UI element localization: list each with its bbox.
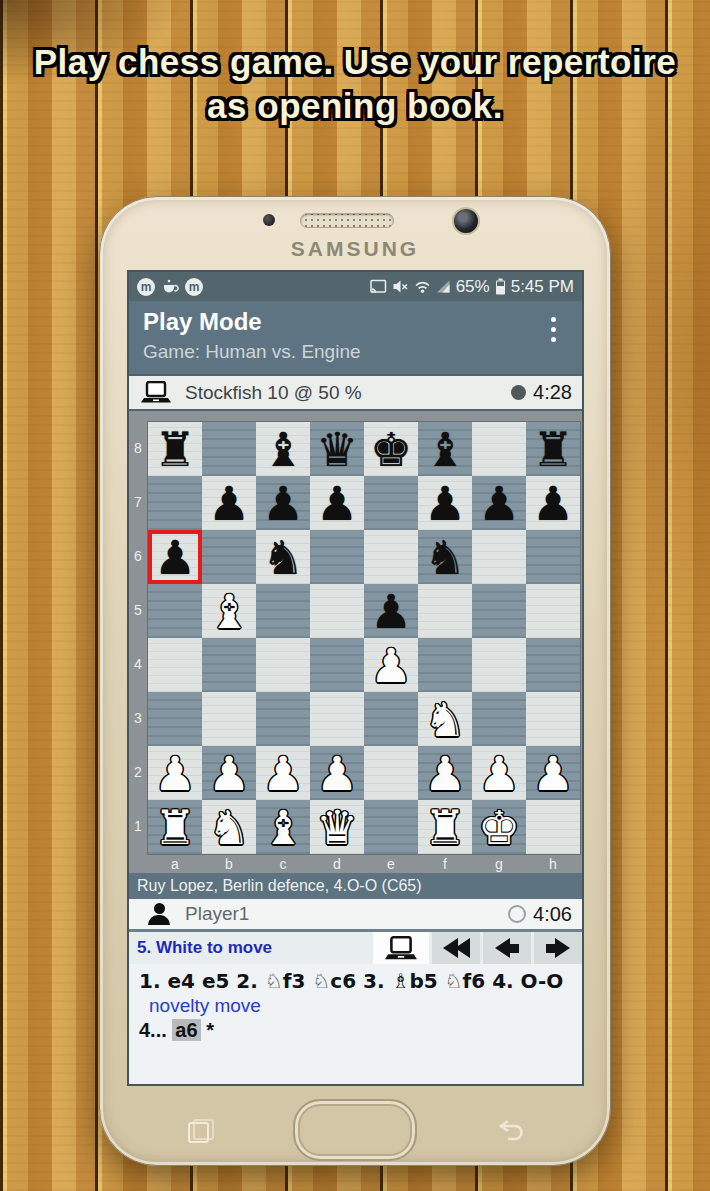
rank-label: 8 — [129, 421, 147, 475]
engine-name: Stockfish 10 @ 50 % — [185, 382, 362, 404]
white-knight-icon: ♞ — [424, 696, 466, 743]
cast-icon — [370, 279, 387, 294]
file-label: h — [526, 855, 580, 874]
black-king-icon: ♚ — [370, 426, 412, 473]
black-pawn-icon: ♟ — [262, 480, 304, 527]
result-marker: * — [201, 1019, 214, 1041]
player-turn-indicator — [508, 905, 526, 923]
move-status-text: 5. White to move — [129, 932, 370, 964]
square-f5[interactable] — [418, 584, 472, 638]
white-pawn-icon: ♟ — [370, 642, 412, 689]
square-a3[interactable] — [148, 692, 202, 746]
engine-turn-indicator — [511, 385, 526, 400]
engine-clock: 4:28 — [533, 381, 572, 404]
square-h5[interactable] — [526, 584, 580, 638]
black-rook-icon: ♜ — [154, 426, 196, 473]
page-title: Play chess game. Use your repertoire as … — [0, 40, 710, 128]
rank-label: 4 — [129, 637, 147, 691]
file-labels: abcdefgh — [148, 855, 582, 874]
square-f6[interactable]: ♞ — [418, 530, 472, 584]
laptop-icon — [141, 381, 171, 404]
rank-label: 2 — [129, 745, 147, 799]
square-c8[interactable]: ♝ — [256, 422, 310, 476]
app-title: Play Mode — [143, 308, 262, 336]
overflow-menu-button[interactable] — [551, 317, 556, 342]
engine-laptop-button[interactable] — [373, 932, 429, 964]
app-header: Play Mode Game: Human vs. Engine — [129, 301, 582, 374]
white-bishop-icon: ♝ — [262, 804, 304, 851]
square-h8[interactable]: ♜ — [526, 422, 580, 476]
square-a5[interactable] — [148, 584, 202, 638]
white-queen-icon: ♛ — [316, 804, 358, 851]
square-c5[interactable] — [256, 584, 310, 638]
square-h6[interactable] — [526, 530, 580, 584]
black-pawn-icon: ♟ — [532, 480, 574, 527]
file-label: c — [256, 855, 310, 874]
square-b8[interactable] — [202, 422, 256, 476]
square-f8[interactable]: ♝ — [418, 422, 472, 476]
wifi-icon — [414, 280, 431, 294]
back-move-button[interactable] — [483, 932, 531, 964]
front-camera — [452, 207, 480, 235]
rewind-button[interactable] — [432, 932, 480, 964]
square-c6[interactable]: ♞ — [256, 530, 310, 584]
square-d7[interactable]: ♟ — [310, 476, 364, 530]
square-e4[interactable]: ♟ — [364, 638, 418, 692]
person-icon — [147, 902, 171, 926]
square-d5[interactable] — [310, 584, 364, 638]
headline-line2: as opening book. — [0, 84, 710, 128]
battery-icon — [495, 278, 506, 295]
white-king-icon: ♚ — [478, 804, 520, 851]
earpiece-speaker — [300, 213, 394, 228]
square-a4[interactable] — [148, 638, 202, 692]
player-clock: 4:06 — [533, 903, 572, 926]
move-nav-bar: 5. White to move — [129, 929, 582, 964]
rank-label: 7 — [129, 475, 147, 529]
square-a7[interactable] — [148, 476, 202, 530]
square-f3[interactable]: ♞ — [418, 692, 472, 746]
signal-icon — [436, 279, 451, 294]
player-name: Player1 — [185, 903, 249, 925]
opening-name-bar: Ruy Lopez, Berlin defence, 4.O-O (C65) — [129, 873, 582, 899]
rank-label: 5 — [129, 583, 147, 637]
notification-icons: m m — [129, 278, 203, 296]
move-list-line3: 4... a6 * — [139, 1019, 572, 1042]
square-b4[interactable] — [202, 638, 256, 692]
recents-button[interactable] — [188, 1119, 214, 1143]
move-list-line1[interactable]: 1. e4 e5 2. ♘f3 ♘c6 3. ♗b5 ♘f6 4. O-O — [139, 969, 572, 993]
m-badge-icon: m — [137, 278, 155, 296]
black-bishop-icon: ♝ — [262, 426, 304, 473]
square-g5[interactable] — [472, 584, 526, 638]
black-pawn-icon: ♟ — [316, 480, 358, 527]
chess-board: ♜♝♛♚♝♜♟♟♟♟♟♟♟♞♞♝♟♟♞♟♟♟♟♟♟♟♜♞♝♛♜♚ — [147, 421, 581, 855]
square-d4[interactable] — [310, 638, 364, 692]
square-a1[interactable]: ♜ — [148, 800, 202, 854]
white-pawn-icon: ♟ — [316, 750, 358, 797]
laptop-icon — [385, 936, 417, 961]
file-label: g — [472, 855, 526, 874]
engine-bar: Stockfish 10 @ 50 % 4:28 — [129, 374, 582, 411]
black-queen-icon: ♛ — [316, 426, 358, 473]
square-d1[interactable]: ♛ — [310, 800, 364, 854]
square-e8[interactable]: ♚ — [364, 422, 418, 476]
m-badge-icon: m — [185, 278, 203, 296]
square-g7[interactable]: ♟ — [472, 476, 526, 530]
square-e1[interactable] — [364, 800, 418, 854]
black-pawn-icon: ♟ — [154, 534, 196, 581]
square-g8[interactable] — [472, 422, 526, 476]
rank-label: 6 — [129, 529, 147, 583]
square-h4[interactable] — [526, 638, 580, 692]
square-e2[interactable] — [364, 746, 418, 800]
back-button[interactable] — [494, 1119, 526, 1145]
file-label: d — [310, 855, 364, 874]
board-frame: 87654321 ♜♝♛♚♝♜♟♟♟♟♟♟♟♞♞♝♟♟♞♟♟♟♟♟♟♟♜♞♝♛♜… — [129, 411, 582, 873]
file-label: e — [364, 855, 418, 874]
back-arrow-icon — [495, 938, 519, 958]
square-b6[interactable] — [202, 530, 256, 584]
square-b7[interactable]: ♟ — [202, 476, 256, 530]
system-status-icons: 65% 5:45 PM — [370, 277, 582, 297]
cup-icon — [161, 278, 179, 296]
white-pawn-icon: ♟ — [262, 750, 304, 797]
black-pawn-icon: ♟ — [208, 480, 250, 527]
square-h7[interactable]: ♟ — [526, 476, 580, 530]
white-pawn-icon: ♟ — [154, 750, 196, 797]
square-g4[interactable] — [472, 638, 526, 692]
phone-frame: SAMSUNG m m — [99, 196, 611, 1166]
square-f7[interactable]: ♟ — [418, 476, 472, 530]
square-e6[interactable] — [364, 530, 418, 584]
square-e7[interactable] — [364, 476, 418, 530]
square-d3[interactable] — [310, 692, 364, 746]
phone-screen: m m — [129, 272, 582, 1084]
white-bishop-icon: ♝ — [208, 588, 250, 635]
white-rook-icon: ♜ — [424, 804, 466, 851]
square-e5[interactable]: ♟ — [364, 584, 418, 638]
move-number: 4... — [139, 1019, 172, 1041]
home-button[interactable] — [293, 1099, 417, 1161]
proximity-sensor-icon — [263, 214, 275, 226]
headline-line1: Play chess game. Use your repertoire — [0, 40, 710, 84]
file-label: a — [148, 855, 202, 874]
square-f1[interactable]: ♜ — [418, 800, 472, 854]
white-pawn-icon: ♟ — [478, 750, 520, 797]
novelty-annotation: novelty move — [139, 995, 572, 1017]
black-pawn-icon: ♟ — [424, 480, 466, 527]
square-b5[interactable]: ♝ — [202, 584, 256, 638]
move-list: 1. e4 e5 2. ♘f3 ♘c6 3. ♗b5 ♘f6 4. O-O no… — [129, 964, 582, 1084]
forward-arrow-icon — [546, 938, 570, 958]
rank-label: 3 — [129, 691, 147, 745]
file-label: b — [202, 855, 256, 874]
square-f4[interactable] — [418, 638, 472, 692]
square-c2[interactable]: ♟ — [256, 746, 310, 800]
square-g1[interactable]: ♚ — [472, 800, 526, 854]
black-pawn-icon: ♟ — [478, 480, 520, 527]
white-pawn-icon: ♟ — [208, 750, 250, 797]
rewind-icon — [443, 938, 470, 958]
square-b1[interactable]: ♞ — [202, 800, 256, 854]
square-g3[interactable] — [472, 692, 526, 746]
status-time: 5:45 PM — [511, 277, 574, 297]
black-rook-icon: ♜ — [532, 426, 574, 473]
forward-move-button[interactable] — [534, 932, 582, 964]
square-a2[interactable]: ♟ — [148, 746, 202, 800]
white-pawn-icon: ♟ — [532, 750, 574, 797]
status-bar: m m — [129, 272, 582, 301]
square-c1[interactable]: ♝ — [256, 800, 310, 854]
square-h2[interactable]: ♟ — [526, 746, 580, 800]
square-b2[interactable]: ♟ — [202, 746, 256, 800]
rank-label: 1 — [129, 799, 147, 853]
rank-labels: 87654321 — [129, 421, 147, 855]
square-c3[interactable] — [256, 692, 310, 746]
black-knight-icon: ♞ — [424, 534, 466, 581]
square-d6[interactable] — [310, 530, 364, 584]
square-d2[interactable]: ♟ — [310, 746, 364, 800]
square-a6[interactable]: ♟ — [148, 530, 202, 584]
square-c4[interactable] — [256, 638, 310, 692]
square-g6[interactable] — [472, 530, 526, 584]
white-rook-icon: ♜ — [154, 804, 196, 851]
square-e3[interactable] — [364, 692, 418, 746]
player-bar: Player1 4:06 — [129, 899, 582, 929]
square-h1[interactable] — [526, 800, 580, 854]
current-move-token[interactable]: a6 — [172, 1019, 200, 1041]
white-pawn-icon: ♟ — [424, 750, 466, 797]
square-f2[interactable]: ♟ — [418, 746, 472, 800]
square-d8[interactable]: ♛ — [310, 422, 364, 476]
black-knight-icon: ♞ — [262, 534, 304, 581]
square-a8[interactable]: ♜ — [148, 422, 202, 476]
game-mode-subtitle: Game: Human vs. Engine — [143, 341, 361, 363]
brand-logo: SAMSUNG — [100, 237, 610, 261]
white-knight-icon: ♞ — [208, 804, 250, 851]
file-label: f — [418, 855, 472, 874]
mute-icon — [392, 279, 409, 294]
page-background: Play chess game. Use your repertoire as … — [0, 0, 710, 1191]
black-pawn-icon: ♟ — [370, 588, 412, 635]
black-bishop-icon: ♝ — [424, 426, 466, 473]
square-g2[interactable]: ♟ — [472, 746, 526, 800]
square-c7[interactable]: ♟ — [256, 476, 310, 530]
square-h3[interactable] — [526, 692, 580, 746]
back-icon — [494, 1119, 526, 1145]
square-b3[interactable] — [202, 692, 256, 746]
battery-percent: 65% — [456, 277, 490, 297]
